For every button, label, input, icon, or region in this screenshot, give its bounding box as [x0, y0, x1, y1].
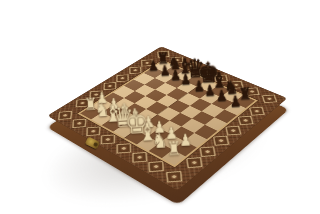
rosette-motif	[185, 62, 198, 69]
rosette-motif	[101, 135, 115, 145]
rosette-motif	[186, 157, 202, 168]
rosette-motif	[58, 111, 72, 120]
piece-glyph: ♟	[215, 88, 227, 104]
piece-glyph: ♟	[180, 73, 192, 88]
rosette-motif	[199, 68, 212, 75]
rosette-motif	[149, 161, 164, 172]
chess-set-photo: ♜♞♝♛♚♝♞♜♟♟♟♟♟♟♟♟♟♟♟♟♟♟♟♟♜♞♝♛♚♝♞♜	[0, 0, 320, 214]
rosette-motif	[158, 51, 170, 58]
rosette-motif	[261, 95, 276, 103]
rosette-motif	[238, 116, 254, 125]
rosette-motif	[103, 82, 115, 90]
piece-glyph: ♟	[229, 95, 241, 111]
rosette-motif	[214, 75, 228, 83]
rosette-motif	[132, 152, 147, 163]
rosette-motif	[171, 57, 183, 64]
rosette-motif	[117, 74, 129, 81]
rosette-motif	[166, 171, 182, 182]
rosette-motif	[200, 146, 216, 156]
rosette-motif	[116, 143, 130, 153]
rosette-motif	[72, 119, 86, 128]
rosette-motif	[229, 81, 243, 89]
rosette-motif	[226, 126, 242, 136]
piece-glyph: ♜	[166, 139, 181, 159]
rosette-motif	[141, 59, 153, 66]
rosette-motif	[249, 107, 265, 116]
piece-glyph: ♟	[204, 84, 216, 99]
rosette-motif	[213, 136, 229, 146]
rosette-motif	[86, 127, 100, 136]
rosette-motif	[245, 88, 260, 96]
rosette-motif	[129, 67, 141, 74]
